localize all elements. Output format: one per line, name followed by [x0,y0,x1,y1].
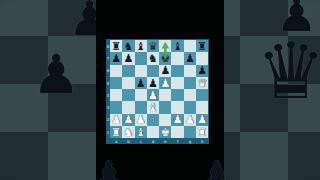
square-e3[interactable] [159,101,171,113]
square-c8[interactable]: ♝ [135,40,147,52]
square-f7[interactable] [171,52,183,64]
square-f4[interactable] [171,89,183,101]
white-rook-piece: ♜ [111,127,121,138]
square-e4[interactable] [159,89,171,101]
square-g8[interactable] [184,40,196,52]
square-h5[interactable]: ♛ [196,77,208,89]
black-pawn-piece: ♟ [160,65,170,76]
black-rook-piece: ♜ [111,41,121,52]
file-label-h: h [196,138,208,144]
square-e7[interactable]: ♚ [159,52,171,64]
square-f3[interactable] [171,101,183,113]
square-d3[interactable]: ♝ [147,101,159,113]
square-h4[interactable] [196,89,208,101]
square-a7[interactable]: ♟ [110,52,122,64]
white-pawn-piece: ♟ [173,114,183,125]
background-pawn-bottom-left-icon: ♟ [90,156,128,180]
square-d2[interactable] [147,114,159,126]
square-g2[interactable]: ♟ [184,114,196,126]
board-squares: ♜♞♝♛♝♜♟♟♞♚♟♟♟♟♟♟♛♟♝♟♟♟♟♟♟♜♞♝♚♜ [110,40,208,138]
square-d1[interactable] [147,126,159,138]
black-pawn-piece: ♟ [136,78,146,89]
square-b2[interactable]: ♟ [122,114,134,126]
file-label-d: d [147,138,159,144]
white-pawn-piece: ♟ [124,114,134,125]
square-d5[interactable]: ♟ [147,77,159,89]
file-label-c: c [135,138,147,144]
square-a3[interactable] [110,101,122,113]
square-e8[interactable] [159,40,171,52]
square-g6[interactable] [184,65,196,77]
white-king-piece: ♚ [160,127,170,138]
square-g4[interactable] [184,89,196,101]
square-d6[interactable] [147,65,159,77]
file-label-b: b [122,138,134,144]
background-queen-right-icon: ♛ [256,32,320,110]
file-label-a: a [110,138,122,144]
black-rook-piece: ♜ [197,41,207,52]
square-c2[interactable]: ♟ [135,114,147,126]
white-pawn-piece: ♟ [160,78,170,89]
square-d4[interactable]: ♟ [147,89,159,101]
square-h1[interactable]: ♜ [196,126,208,138]
black-bishop-piece: ♝ [173,41,183,52]
square-c6[interactable] [135,65,147,77]
white-bishop-piece: ♝ [136,127,146,138]
white-pawn-piece: ♟ [148,90,158,101]
square-h6[interactable]: ♟ [196,65,208,77]
square-b6[interactable] [122,65,134,77]
square-h8[interactable]: ♜ [196,40,208,52]
file-label-g: g [184,138,196,144]
square-f8[interactable]: ♝ [171,40,183,52]
background-pawn-bottom-right-icon: ♟ [198,156,236,180]
square-f1[interactable] [171,126,183,138]
white-pawn-piece: ♟ [197,114,207,125]
square-e5[interactable]: ♟ [159,77,171,89]
file-labels: abcdefgh [110,138,208,144]
black-bishop-piece: ♝ [136,41,146,52]
white-knight-piece: ♞ [124,127,134,138]
chess-board: 87654321 ♜♞♝♛♝♜♟♟♞♚♟♟♟♟♟♟♛♟♝♟♟♟♟♟♟♜♞♝♚♜ … [106,39,209,144]
white-pawn-piece: ♟ [136,114,146,125]
black-pawn-piece: ♟ [185,53,195,64]
square-e1[interactable]: ♚ [159,126,171,138]
board-squares-area: ♜♞♝♛♝♜♟♟♞♚♟♟♟♟♟♟♛♟♝♟♟♟♟♟♟♜♞♝♚♜ [110,40,208,138]
white-pawn-piece: ♟ [185,114,195,125]
black-knight-piece: ♞ [124,41,134,52]
background-pawn-mid-left-icon: ♟ [32,48,80,102]
square-f2[interactable]: ♟ [171,114,183,126]
square-g7[interactable]: ♟ [184,52,196,64]
square-b8[interactable]: ♞ [122,40,134,52]
square-h7[interactable] [196,52,208,64]
square-h2[interactable]: ♟ [196,114,208,126]
file-label-f: f [171,138,183,144]
square-a6[interactable] [110,65,122,77]
square-f5[interactable] [171,77,183,89]
square-a1[interactable]: ♜ [110,126,122,138]
black-king-piece: ♚ [160,53,170,64]
square-a2[interactable]: ♟ [110,114,122,126]
square-a8[interactable]: ♜ [110,40,122,52]
white-bishop-piece: ♝ [148,102,158,113]
square-b3[interactable] [122,101,134,113]
square-a4[interactable] [110,89,122,101]
square-b4[interactable] [122,89,134,101]
black-pawn-piece: ♟ [197,65,207,76]
square-g3[interactable] [184,101,196,113]
black-knight-piece: ♞ [148,53,158,64]
black-queen-piece: ♛ [148,41,158,52]
square-d7[interactable]: ♞ [147,52,159,64]
file-label-e: e [159,138,171,144]
black-pawn-piece: ♟ [148,78,158,89]
square-b5[interactable] [122,77,134,89]
square-c7[interactable] [135,52,147,64]
square-c1[interactable]: ♝ [135,126,147,138]
square-e2[interactable] [159,114,171,126]
white-queen-piece: ♛ [197,78,207,89]
square-g5[interactable] [184,77,196,89]
square-c3[interactable] [135,101,147,113]
black-pawn-piece: ♟ [124,53,134,64]
black-pawn-piece: ♟ [111,53,121,64]
square-c4[interactable] [135,89,147,101]
board-grid: 87654321 ♜♞♝♛♝♜♟♟♞♚♟♟♟♟♟♟♛♟♝♟♟♟♟♟♟♜♞♝♚♜ … [106,40,208,144]
square-a5[interactable] [110,77,122,89]
square-b7[interactable]: ♟ [122,52,134,64]
square-h3[interactable] [196,101,208,113]
square-g1[interactable] [184,126,196,138]
square-d8[interactable]: ♛ [147,40,159,52]
square-c5[interactable]: ♟ [135,77,147,89]
square-f6[interactable] [171,65,183,77]
white-rook-piece: ♜ [197,127,207,138]
square-e6[interactable]: ♟ [159,65,171,77]
square-b1[interactable]: ♞ [122,126,134,138]
video-frame: ♟♟♟♛ 87654321 ♜♞♝♛♝♜♟♟♞♚♟♟♟♟♟♟♛♟♝♟♟♟♟♟♟♜… [0,0,320,180]
white-pawn-piece: ♟ [111,114,121,125]
